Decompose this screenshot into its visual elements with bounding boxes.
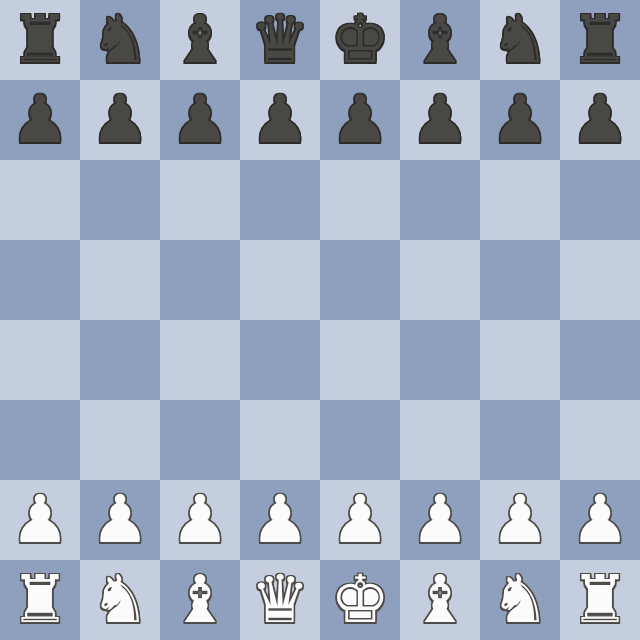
square-d3[interactable] [240, 400, 320, 480]
square-b3[interactable] [80, 400, 160, 480]
black-pawn[interactable]: ♟ [490, 80, 549, 160]
white-rook[interactable]: ♜ [10, 560, 69, 640]
white-pawn[interactable]: ♟ [90, 480, 149, 560]
square-c6[interactable] [160, 160, 240, 240]
white-rook[interactable]: ♜ [570, 560, 629, 640]
square-e1[interactable]: ♚ [320, 560, 400, 640]
square-d1[interactable]: ♛ [240, 560, 320, 640]
square-f3[interactable] [400, 400, 480, 480]
square-d4[interactable] [240, 320, 320, 400]
square-c4[interactable] [160, 320, 240, 400]
black-king[interactable]: ♚ [330, 0, 389, 80]
square-f8[interactable]: ♝ [400, 0, 480, 80]
square-c7[interactable]: ♟ [160, 80, 240, 160]
square-h5[interactable] [560, 240, 640, 320]
square-h7[interactable]: ♟ [560, 80, 640, 160]
square-e3[interactable] [320, 400, 400, 480]
square-b8[interactable]: ♞ [80, 0, 160, 80]
square-f2[interactable]: ♟ [400, 480, 480, 560]
square-d8[interactable]: ♛ [240, 0, 320, 80]
square-g2[interactable]: ♟ [480, 480, 560, 560]
black-pawn[interactable]: ♟ [90, 80, 149, 160]
black-pawn[interactable]: ♟ [330, 80, 389, 160]
square-c3[interactable] [160, 400, 240, 480]
square-f6[interactable] [400, 160, 480, 240]
square-f5[interactable] [400, 240, 480, 320]
square-a6[interactable] [0, 160, 80, 240]
square-h8[interactable]: ♜ [560, 0, 640, 80]
black-pawn[interactable]: ♟ [10, 80, 69, 160]
black-pawn[interactable]: ♟ [170, 80, 229, 160]
square-a2[interactable]: ♟ [0, 480, 80, 560]
square-h1[interactable]: ♜ [560, 560, 640, 640]
square-d7[interactable]: ♟ [240, 80, 320, 160]
white-pawn[interactable]: ♟ [250, 480, 309, 560]
square-g6[interactable] [480, 160, 560, 240]
square-d5[interactable] [240, 240, 320, 320]
square-g1[interactable]: ♞ [480, 560, 560, 640]
square-h6[interactable] [560, 160, 640, 240]
square-g5[interactable] [480, 240, 560, 320]
black-queen[interactable]: ♛ [250, 0, 309, 80]
black-knight[interactable]: ♞ [90, 0, 149, 80]
square-c8[interactable]: ♝ [160, 0, 240, 80]
square-e5[interactable] [320, 240, 400, 320]
square-c5[interactable] [160, 240, 240, 320]
square-e8[interactable]: ♚ [320, 0, 400, 80]
square-b4[interactable] [80, 320, 160, 400]
white-pawn[interactable]: ♟ [570, 480, 629, 560]
black-pawn[interactable]: ♟ [250, 80, 309, 160]
black-rook[interactable]: ♜ [570, 0, 629, 80]
square-g8[interactable]: ♞ [480, 0, 560, 80]
white-king[interactable]: ♚ [330, 560, 389, 640]
square-c1[interactable]: ♝ [160, 560, 240, 640]
square-a5[interactable] [0, 240, 80, 320]
square-a3[interactable] [0, 400, 80, 480]
square-e4[interactable] [320, 320, 400, 400]
square-d6[interactable] [240, 160, 320, 240]
white-bishop[interactable]: ♝ [410, 560, 469, 640]
white-pawn[interactable]: ♟ [410, 480, 469, 560]
square-f7[interactable]: ♟ [400, 80, 480, 160]
square-f1[interactable]: ♝ [400, 560, 480, 640]
white-queen[interactable]: ♛ [250, 560, 309, 640]
square-e7[interactable]: ♟ [320, 80, 400, 160]
chess-board: ♜♞♝♛♚♝♞♜♟♟♟♟♟♟♟♟♟♟♟♟♟♟♟♟♜♞♝♛♚♝♞♜ [0, 0, 640, 640]
square-a1[interactable]: ♜ [0, 560, 80, 640]
black-pawn[interactable]: ♟ [410, 80, 469, 160]
black-knight[interactable]: ♞ [490, 0, 549, 80]
white-bishop[interactable]: ♝ [170, 560, 229, 640]
square-g3[interactable] [480, 400, 560, 480]
square-h4[interactable] [560, 320, 640, 400]
square-b1[interactable]: ♞ [80, 560, 160, 640]
square-h2[interactable]: ♟ [560, 480, 640, 560]
white-knight[interactable]: ♞ [490, 560, 549, 640]
square-a4[interactable] [0, 320, 80, 400]
white-pawn[interactable]: ♟ [10, 480, 69, 560]
square-b2[interactable]: ♟ [80, 480, 160, 560]
square-c2[interactable]: ♟ [160, 480, 240, 560]
white-pawn[interactable]: ♟ [170, 480, 229, 560]
white-pawn[interactable]: ♟ [490, 480, 549, 560]
square-b6[interactable] [80, 160, 160, 240]
white-pawn[interactable]: ♟ [330, 480, 389, 560]
black-rook[interactable]: ♜ [10, 0, 69, 80]
square-d2[interactable]: ♟ [240, 480, 320, 560]
square-e6[interactable] [320, 160, 400, 240]
square-f4[interactable] [400, 320, 480, 400]
square-a7[interactable]: ♟ [0, 80, 80, 160]
square-b7[interactable]: ♟ [80, 80, 160, 160]
square-g7[interactable]: ♟ [480, 80, 560, 160]
square-b5[interactable] [80, 240, 160, 320]
square-a8[interactable]: ♜ [0, 0, 80, 80]
white-knight[interactable]: ♞ [90, 560, 149, 640]
square-h3[interactable] [560, 400, 640, 480]
square-e2[interactable]: ♟ [320, 480, 400, 560]
black-bishop[interactable]: ♝ [410, 0, 469, 80]
square-g4[interactable] [480, 320, 560, 400]
black-bishop[interactable]: ♝ [170, 0, 229, 80]
black-pawn[interactable]: ♟ [570, 80, 629, 160]
